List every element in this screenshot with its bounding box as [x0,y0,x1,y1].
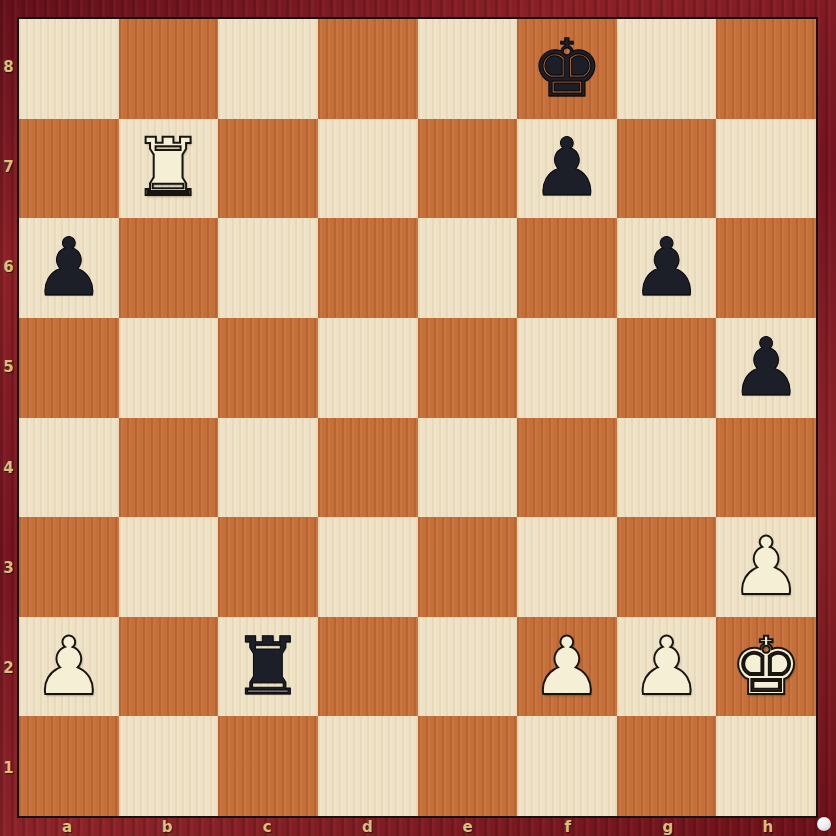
square-b5[interactable] [119,318,219,418]
square-h3[interactable]: ♟ [716,517,816,617]
black-rook-c2[interactable]: ♜ [218,617,318,717]
square-e7[interactable] [418,119,518,219]
square-b4[interactable] [119,418,219,518]
square-c5[interactable] [218,318,318,418]
square-f4[interactable] [517,418,617,518]
square-f6[interactable] [517,218,617,318]
file-labels: abcdefgh [17,818,818,836]
rank-label-3: 3 [0,518,17,618]
square-f3[interactable] [517,517,617,617]
rank-labels: 87654321 [0,17,17,818]
square-f8[interactable]: ♚ [517,19,617,119]
square-h5[interactable]: ♟ [716,318,816,418]
square-d8[interactable] [318,19,418,119]
white-king-h2[interactable]: ♚ [716,617,816,717]
square-a8[interactable] [19,19,119,119]
square-e3[interactable] [418,517,518,617]
white-rook-b7[interactable]: ♜ [119,119,219,219]
square-h4[interactable] [716,418,816,518]
square-e4[interactable] [418,418,518,518]
square-d6[interactable] [318,218,418,318]
square-g7[interactable] [617,119,717,219]
square-g5[interactable] [617,318,717,418]
chess-app-window: ♚♜♟♟♟♟♟♟♜♟♟♚ 87654321 abcdefgh [0,0,836,836]
file-label-a: a [17,818,117,836]
square-e1[interactable] [418,716,518,816]
square-e5[interactable] [418,318,518,418]
square-b1[interactable] [119,716,219,816]
square-e6[interactable] [418,218,518,318]
square-e2[interactable] [418,617,518,717]
square-h8[interactable] [716,19,816,119]
square-a2[interactable]: ♟ [19,617,119,717]
square-d3[interactable] [318,517,418,617]
chess-board: ♚♜♟♟♟♟♟♟♜♟♟♚ [17,17,818,818]
rank-label-4: 4 [0,418,17,518]
square-c8[interactable] [218,19,318,119]
square-c3[interactable] [218,517,318,617]
square-c6[interactable] [218,218,318,318]
file-label-g: g [618,818,718,836]
rank-label-1: 1 [0,718,17,818]
square-a4[interactable] [19,418,119,518]
file-label-h: h [718,818,818,836]
square-h1[interactable] [716,716,816,816]
square-c1[interactable] [218,716,318,816]
white-pawn-f2[interactable]: ♟ [517,617,617,717]
square-f2[interactable]: ♟ [517,617,617,717]
square-c2[interactable]: ♜ [218,617,318,717]
white-pawn-g2[interactable]: ♟ [617,617,717,717]
rank-label-2: 2 [0,618,17,718]
square-g6[interactable]: ♟ [617,218,717,318]
square-a7[interactable] [19,119,119,219]
square-h7[interactable] [716,119,816,219]
square-d1[interactable] [318,716,418,816]
square-c7[interactable] [218,119,318,219]
square-b7[interactable]: ♜ [119,119,219,219]
rank-label-8: 8 [0,17,17,117]
white-pawn-a2[interactable]: ♟ [19,617,119,717]
square-d4[interactable] [318,418,418,518]
square-e8[interactable] [418,19,518,119]
square-g3[interactable] [617,517,717,617]
file-label-c: c [217,818,317,836]
square-f5[interactable] [517,318,617,418]
square-g2[interactable]: ♟ [617,617,717,717]
white-pawn-h3[interactable]: ♟ [716,517,816,617]
square-a3[interactable] [19,517,119,617]
white-to-move-indicator [817,817,831,831]
rank-label-6: 6 [0,217,17,317]
square-c4[interactable] [218,418,318,518]
file-label-e: e [418,818,518,836]
square-g4[interactable] [617,418,717,518]
square-d5[interactable] [318,318,418,418]
square-g1[interactable] [617,716,717,816]
square-g8[interactable] [617,19,717,119]
file-label-f: f [518,818,618,836]
square-h2[interactable]: ♚ [716,617,816,717]
black-king-f8[interactable]: ♚ [517,19,617,119]
rank-label-7: 7 [0,117,17,217]
rank-label-5: 5 [0,317,17,417]
square-b8[interactable] [119,19,219,119]
square-f7[interactable]: ♟ [517,119,617,219]
square-b2[interactable] [119,617,219,717]
square-b6[interactable] [119,218,219,318]
black-pawn-a6[interactable]: ♟ [19,218,119,318]
black-pawn-g6[interactable]: ♟ [617,218,717,318]
square-d2[interactable] [318,617,418,717]
square-h6[interactable] [716,218,816,318]
square-d7[interactable] [318,119,418,219]
black-pawn-f7[interactable]: ♟ [517,119,617,219]
square-a6[interactable]: ♟ [19,218,119,318]
square-b3[interactable] [119,517,219,617]
black-pawn-h5[interactable]: ♟ [716,318,816,418]
square-a5[interactable] [19,318,119,418]
file-label-d: d [317,818,417,836]
square-f1[interactable] [517,716,617,816]
square-a1[interactable] [19,716,119,816]
file-label-b: b [117,818,217,836]
